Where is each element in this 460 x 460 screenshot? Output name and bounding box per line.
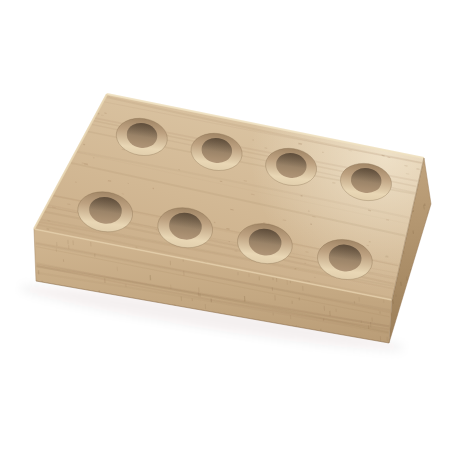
grain-fleck xyxy=(307,281,310,282)
grain-fleck xyxy=(332,183,335,184)
grain-fleck xyxy=(47,229,50,230)
grain-fleck xyxy=(265,148,268,149)
grain-fleck xyxy=(220,181,222,182)
grain-fleck xyxy=(386,256,388,257)
grain-fleck xyxy=(108,181,111,182)
grain-fleck xyxy=(226,229,229,230)
grain-fleck xyxy=(386,220,389,221)
grain-fleck xyxy=(230,209,233,210)
product-photo-stage xyxy=(0,0,460,460)
grain-fleck xyxy=(235,251,238,252)
grain-fleck xyxy=(407,277,408,281)
grain-fleck xyxy=(413,231,414,234)
grain-fleck xyxy=(122,194,124,195)
grain-fleck xyxy=(298,144,302,145)
grain-fleck xyxy=(382,155,385,156)
grain-fleck xyxy=(244,181,247,182)
grain-fleck xyxy=(67,204,70,205)
grain-fleck xyxy=(306,252,309,253)
grain-fleck xyxy=(385,257,388,258)
grain-fleck xyxy=(84,164,88,165)
grain-fleck xyxy=(417,169,420,170)
grain-fleck xyxy=(401,282,402,286)
wooden-pit-board-photo xyxy=(0,0,460,460)
grain-fleck xyxy=(52,207,56,208)
grain-fleck xyxy=(404,166,407,167)
grain-fleck xyxy=(368,210,371,211)
